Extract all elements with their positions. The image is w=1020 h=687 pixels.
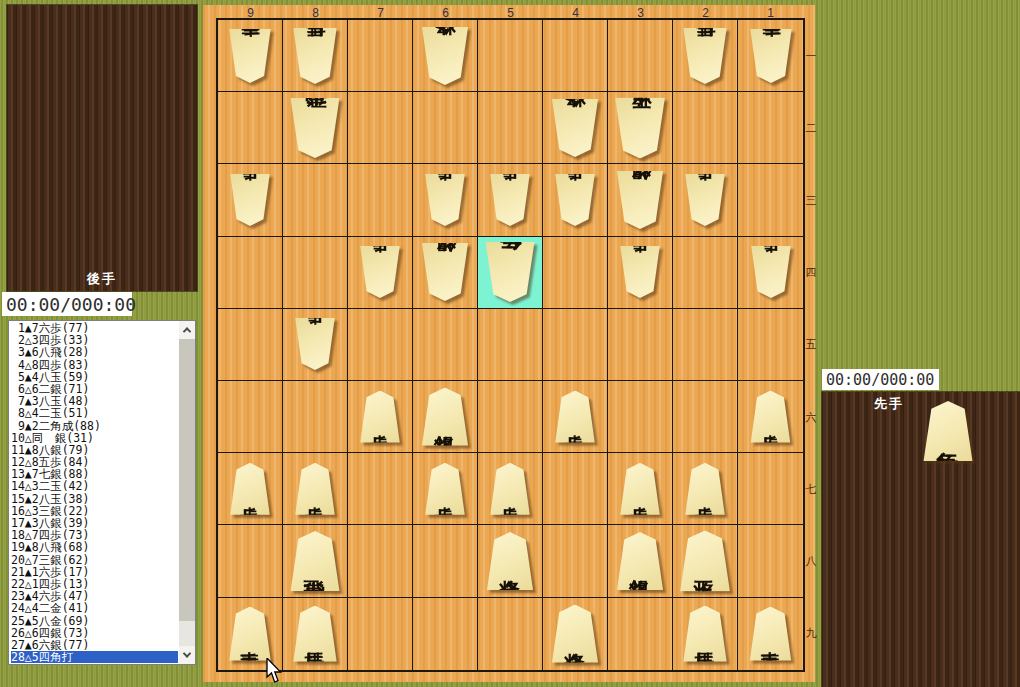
square-8-8[interactable]: 飛車 <box>283 525 348 597</box>
piece-pawn-gote[interactable]: 歩兵 <box>619 246 661 298</box>
piece-pawn-sente[interactable]: 歩兵 <box>424 463 466 515</box>
square-8-5[interactable]: 歩兵 <box>283 309 348 381</box>
piece-pawn-sente[interactable]: 歩兵 <box>750 391 792 443</box>
square-5-4[interactable]: 角行 <box>478 237 543 309</box>
sente-piece-stand: 先手 角行 <box>822 392 1020 687</box>
square-6-1[interactable]: 金将 <box>413 20 478 92</box>
piece-pawn-sente[interactable]: 歩兵 <box>619 463 661 515</box>
rank-label-4: 四 <box>804 237 818 309</box>
piece-king-sente[interactable]: 玉将 <box>679 530 732 591</box>
piece-lance-gote[interactable]: 香車 <box>228 29 272 83</box>
square-4-4[interactable] <box>543 237 608 309</box>
square-5-5[interactable] <box>478 309 543 381</box>
mouse-cursor <box>266 658 284 684</box>
piece-king-gote[interactable]: 玉将 <box>614 97 667 158</box>
square-1-2[interactable] <box>738 92 803 164</box>
square-5-1[interactable] <box>478 20 543 92</box>
square-8-2[interactable]: 飛車 <box>283 92 348 164</box>
piece-lance-gote[interactable]: 香車 <box>749 29 793 83</box>
move-item-8[interactable]: 8△4二玉(51) <box>11 407 178 419</box>
piece-silver-gote[interactable]: 銀将 <box>616 171 665 229</box>
move-item-20[interactable]: 20△7三銀(62) <box>11 554 178 566</box>
piece-pawn-sente[interactable]: 歩兵 <box>229 463 271 515</box>
piece-bishop-sente[interactable]: 角行 <box>922 401 974 461</box>
square-5-2[interactable] <box>478 92 543 164</box>
piece-silver-gote[interactable]: 銀将 <box>421 243 470 301</box>
piece-pawn-gote[interactable]: 歩兵 <box>489 174 531 226</box>
square-3-5[interactable] <box>608 309 673 381</box>
piece-knight-sente[interactable]: 桂馬 <box>292 606 338 662</box>
square-8-4[interactable] <box>283 237 348 309</box>
square-8-7[interactable]: 歩兵 <box>283 453 348 525</box>
sente-clock: 00:00/000:00 <box>822 369 939 390</box>
square-3-2[interactable]: 玉将 <box>608 92 673 164</box>
move-item-9[interactable]: 9▲2二角成(88) <box>11 420 178 432</box>
square-8-3[interactable] <box>283 164 348 236</box>
square-7-5[interactable] <box>348 309 413 381</box>
square-4-1[interactable] <box>543 20 608 92</box>
square-1-3[interactable] <box>738 164 803 236</box>
square-6-6[interactable]: 銀将 <box>413 381 478 453</box>
square-1-1[interactable]: 香車 <box>738 20 803 92</box>
piece-gold-gote[interactable]: 金将 <box>421 27 470 85</box>
square-2-2[interactable] <box>673 92 738 164</box>
move-item-14[interactable]: 14△3二玉(42) <box>11 480 178 492</box>
square-9-6[interactable] <box>218 381 283 453</box>
piece-pawn-sente[interactable]: 歩兵 <box>684 463 726 515</box>
square-4-2[interactable]: 金将 <box>543 92 608 164</box>
rank-label-5: 五 <box>804 309 818 381</box>
piece-knight-sente[interactable]: 桂馬 <box>682 606 728 662</box>
square-4-7[interactable] <box>543 453 608 525</box>
move-item-4[interactable]: 4△8四歩(83) <box>11 359 178 371</box>
square-6-3[interactable]: 歩兵 <box>413 164 478 236</box>
square-9-2[interactable] <box>218 92 283 164</box>
square-8-9[interactable]: 桂馬 <box>283 598 348 670</box>
square-6-5[interactable] <box>413 309 478 381</box>
board-grid: 香車桂馬金将桂馬香車飛車金将玉将歩兵歩兵歩兵歩兵銀将歩兵歩兵銀将角行歩兵歩兵歩兵… <box>216 18 805 672</box>
square-4-5[interactable] <box>543 309 608 381</box>
piece-silver-sente[interactable]: 銀将 <box>421 388 470 446</box>
square-7-2[interactable] <box>348 92 413 164</box>
scrollbar-thumb[interactable] <box>179 339 195 621</box>
piece-lance-sente[interactable]: 香車 <box>749 607 793 661</box>
piece-pawn-gote[interactable]: 歩兵 <box>294 318 336 370</box>
square-6-9[interactable] <box>413 598 478 670</box>
square-1-8[interactable] <box>738 525 803 597</box>
square-8-1[interactable]: 桂馬 <box>283 20 348 92</box>
chevron-down-icon <box>183 649 191 657</box>
piece-gold-sente[interactable]: 金将 <box>486 532 535 590</box>
square-7-7[interactable] <box>348 453 413 525</box>
square-7-8[interactable] <box>348 525 413 597</box>
rank-label-9: 九 <box>804 598 818 670</box>
square-6-7[interactable]: 歩兵 <box>413 453 478 525</box>
move-item-25[interactable]: 25▲5八金(69) <box>11 615 178 627</box>
piece-pawn-gote[interactable]: 歩兵 <box>359 246 401 298</box>
piece-pawn-gote[interactable]: 歩兵 <box>684 174 726 226</box>
rank-label-8: 八 <box>804 525 818 597</box>
piece-rook-gote[interactable]: 飛車 <box>289 98 341 158</box>
square-3-6[interactable] <box>608 381 673 453</box>
square-9-5[interactable] <box>218 309 283 381</box>
square-3-1[interactable] <box>608 20 673 92</box>
square-1-7[interactable] <box>738 453 803 525</box>
rank-label-6: 六 <box>804 381 818 453</box>
piece-silver-sente[interactable]: 銀将 <box>616 532 665 590</box>
square-2-4[interactable] <box>673 237 738 309</box>
square-8-6[interactable] <box>283 381 348 453</box>
piece-rook-sente[interactable]: 飛車 <box>289 531 341 591</box>
rank-coordinates: 一二三四五六七八九 <box>804 20 818 670</box>
shogi-board: 987654321 香車桂馬金将桂馬香車飛車金将玉将歩兵歩兵歩兵歩兵銀将歩兵歩兵… <box>203 5 815 682</box>
square-2-3[interactable]: 歩兵 <box>673 164 738 236</box>
square-6-8[interactable] <box>413 525 478 597</box>
square-7-4[interactable]: 歩兵 <box>348 237 413 309</box>
move-item-3[interactable]: 3▲6八飛(28) <box>11 346 178 358</box>
move-item-19[interactable]: 19▲8八飛(68) <box>11 541 178 553</box>
gote-label: 後手 <box>7 270 197 288</box>
piece-knight-gote[interactable]: 桂馬 <box>292 28 338 84</box>
square-4-9[interactable]: 金将 <box>543 598 608 670</box>
move-item-24[interactable]: 24△4二金(41) <box>11 602 178 614</box>
move-item-28[interactable]: 28△5四角打 <box>11 651 178 663</box>
piece-lance-sente[interactable]: 香車 <box>228 607 272 661</box>
piece-pawn-gote[interactable]: 歩兵 <box>750 246 792 298</box>
square-9-7[interactable]: 歩兵 <box>218 453 283 525</box>
square-7-3[interactable] <box>348 164 413 236</box>
square-3-4[interactable]: 歩兵 <box>608 237 673 309</box>
piece-pawn-gote[interactable]: 歩兵 <box>424 174 466 226</box>
piece-bishop-gote[interactable]: 角行 <box>484 242 536 302</box>
square-6-2[interactable] <box>413 92 478 164</box>
move-item-15[interactable]: 15▲2八玉(38) <box>11 493 178 505</box>
square-5-9[interactable] <box>478 598 543 670</box>
square-9-1[interactable]: 香車 <box>218 20 283 92</box>
scroll-up-button[interactable] <box>179 321 195 339</box>
shogi-app: 後手 00:00/000:00 1▲7六歩(77) 2△3四歩(33) 3▲6八… <box>0 0 1020 687</box>
square-1-4[interactable]: 歩兵 <box>738 237 803 309</box>
square-2-5[interactable] <box>673 309 738 381</box>
move-list-items: 1▲7六歩(77) 2△3四歩(33) 3▲6八飛(28) 4△8四歩(83) … <box>11 322 178 663</box>
piece-gold-sente[interactable]: 金将 <box>551 605 600 663</box>
square-9-8[interactable] <box>218 525 283 597</box>
move-list[interactable]: 1▲7六歩(77) 2△3四歩(33) 3▲6八飛(28) 4△8四歩(83) … <box>8 320 196 665</box>
square-3-8[interactable]: 銀将 <box>608 525 673 597</box>
square-9-3[interactable]: 歩兵 <box>218 164 283 236</box>
square-1-6[interactable]: 歩兵 <box>738 381 803 453</box>
piece-gold-gote[interactable]: 金将 <box>551 99 600 157</box>
piece-pawn-gote[interactable]: 歩兵 <box>554 174 596 226</box>
square-5-6[interactable] <box>478 381 543 453</box>
move-list-scrollbar[interactable] <box>179 321 195 664</box>
square-3-7[interactable]: 歩兵 <box>608 453 673 525</box>
rank-label-7: 七 <box>804 453 818 525</box>
square-5-3[interactable]: 歩兵 <box>478 164 543 236</box>
piece-pawn-sente[interactable]: 歩兵 <box>554 391 596 443</box>
square-2-1[interactable]: 桂馬 <box>673 20 738 92</box>
rank-label-1: 一 <box>804 20 818 92</box>
piece-knight-gote[interactable]: 桂馬 <box>682 28 728 84</box>
square-1-9[interactable]: 香車 <box>738 598 803 670</box>
square-1-5[interactable] <box>738 309 803 381</box>
piece-pawn-sente[interactable]: 歩兵 <box>359 391 401 443</box>
square-4-3[interactable]: 歩兵 <box>543 164 608 236</box>
rank-label-3: 三 <box>804 164 818 236</box>
square-7-1[interactable] <box>348 20 413 92</box>
square-5-8[interactable]: 金将 <box>478 525 543 597</box>
piece-pawn-sente[interactable]: 歩兵 <box>489 463 531 515</box>
piece-pawn-gote[interactable]: 歩兵 <box>229 174 271 226</box>
square-4-8[interactable] <box>543 525 608 597</box>
square-2-7[interactable]: 歩兵 <box>673 453 738 525</box>
scrollbar-track[interactable] <box>179 339 195 646</box>
square-2-9[interactable]: 桂馬 <box>673 598 738 670</box>
square-9-4[interactable] <box>218 237 283 309</box>
piece-pawn-sente[interactable]: 歩兵 <box>294 463 336 515</box>
rank-label-2: 二 <box>804 92 818 164</box>
square-7-9[interactable] <box>348 598 413 670</box>
square-4-6[interactable]: 歩兵 <box>543 381 608 453</box>
scroll-down-button[interactable] <box>179 646 195 664</box>
square-5-7[interactable]: 歩兵 <box>478 453 543 525</box>
square-2-6[interactable] <box>673 381 738 453</box>
square-6-4[interactable]: 銀将 <box>413 237 478 309</box>
square-7-6[interactable]: 歩兵 <box>348 381 413 453</box>
gote-piece-stand: 後手 <box>7 5 197 291</box>
gote-clock: 00:00/000:00 <box>2 292 132 316</box>
square-2-8[interactable]: 玉将 <box>673 525 738 597</box>
square-3-3[interactable]: 銀将 <box>608 164 673 236</box>
sente-hand-pieces: 角行 <box>922 401 974 461</box>
square-3-9[interactable] <box>608 598 673 670</box>
chevron-up-icon <box>183 327 191 335</box>
